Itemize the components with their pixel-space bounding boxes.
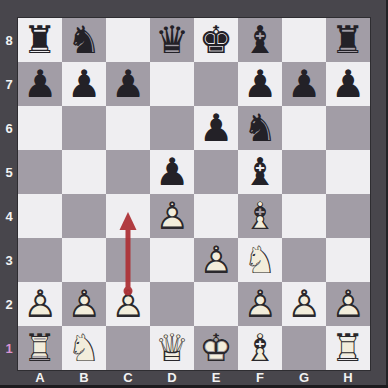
square-b1[interactable]: ♞♘ <box>62 326 106 370</box>
piece-white-bishop[interactable]: ♝♗ <box>238 194 282 238</box>
rank-label-5: 5 <box>0 150 18 194</box>
rank-labels: 87654321 <box>0 18 18 370</box>
piece-white-pawn[interactable]: ♟♙ <box>18 282 62 326</box>
square-e8[interactable]: ♚ <box>194 18 238 62</box>
board: ♜♞♛♚♝♜♟♟♟♟♟♟♟♞♟♝♟♙♝♗♟♙♞♘♟♙♟♙♟♙♟♙♟♙♟♙♜♖♞♘… <box>18 18 370 370</box>
square-a4[interactable] <box>18 194 62 238</box>
piece-glyph-outline: ♗ <box>238 194 282 238</box>
square-g3[interactable] <box>282 238 326 282</box>
file-label-d: D <box>150 370 194 385</box>
piece-black-bishop[interactable]: ♝ <box>238 18 282 62</box>
piece-glyph-outline: ♙ <box>18 282 62 326</box>
square-a5[interactable] <box>18 150 62 194</box>
square-e6[interactable]: ♟ <box>194 106 238 150</box>
square-a2[interactable]: ♟♙ <box>18 282 62 326</box>
square-b3[interactable] <box>62 238 106 282</box>
piece-black-pawn[interactable]: ♟ <box>238 62 282 106</box>
piece-white-rook[interactable]: ♜♖ <box>18 326 62 370</box>
piece-black-bishop[interactable]: ♝ <box>238 150 282 194</box>
file-label-c: C <box>106 370 150 385</box>
piece-glyph-outline: ♙ <box>238 282 282 326</box>
square-h7[interactable]: ♟ <box>326 62 370 106</box>
square-c2[interactable]: ♟♙ <box>106 282 150 326</box>
piece-white-bishop[interactable]: ♝♗ <box>238 326 282 370</box>
piece-black-knight[interactable]: ♞ <box>238 106 282 150</box>
piece-white-pawn[interactable]: ♟♙ <box>194 238 238 282</box>
square-d3[interactable] <box>150 238 194 282</box>
square-b8[interactable]: ♞ <box>62 18 106 62</box>
piece-white-king[interactable]: ♚♔ <box>194 326 238 370</box>
square-h1[interactable]: ♜♖ <box>326 326 370 370</box>
rank-label-4: 4 <box>0 194 18 238</box>
file-label-b: B <box>62 370 106 385</box>
piece-glyph-outline: ♙ <box>106 282 150 326</box>
square-c1[interactable] <box>106 326 150 370</box>
piece-glyph-outline: ♙ <box>62 282 106 326</box>
square-a6[interactable] <box>18 106 62 150</box>
square-g4[interactable] <box>282 194 326 238</box>
square-h6[interactable] <box>326 106 370 150</box>
square-g8[interactable] <box>282 18 326 62</box>
piece-black-pawn[interactable]: ♟ <box>282 62 326 106</box>
rank-label-2: 2 <box>0 282 18 326</box>
square-f1[interactable]: ♝♗ <box>238 326 282 370</box>
square-e3[interactable]: ♟♙ <box>194 238 238 282</box>
piece-glyph-outline: ♙ <box>282 282 326 326</box>
file-label-f: F <box>238 370 282 385</box>
square-e5[interactable] <box>194 150 238 194</box>
piece-black-pawn[interactable]: ♟ <box>326 62 370 106</box>
square-b7[interactable]: ♟ <box>62 62 106 106</box>
square-f7[interactable]: ♟ <box>238 62 282 106</box>
piece-black-knight[interactable]: ♞ <box>62 18 106 62</box>
square-b2[interactable]: ♟♙ <box>62 282 106 326</box>
square-h3[interactable] <box>326 238 370 282</box>
piece-white-pawn[interactable]: ♟♙ <box>62 282 106 326</box>
piece-white-knight[interactable]: ♞♘ <box>62 326 106 370</box>
square-a8[interactable]: ♜ <box>18 18 62 62</box>
square-c5[interactable] <box>106 150 150 194</box>
piece-black-pawn[interactable]: ♟ <box>62 62 106 106</box>
piece-glyph-outline: ♔ <box>194 326 238 370</box>
square-h4[interactable] <box>326 194 370 238</box>
rank-label-3: 3 <box>0 238 18 282</box>
chess-board-panel: ♜♞♛♚♝♜♟♟♟♟♟♟♟♞♟♝♟♙♝♗♟♙♞♘♟♙♟♙♟♙♟♙♟♙♟♙♜♖♞♘… <box>0 0 388 388</box>
piece-glyph-outline: ♕ <box>150 326 194 370</box>
piece-white-knight[interactable]: ♞♘ <box>238 238 282 282</box>
rank-label-6: 6 <box>0 106 18 150</box>
square-d8[interactable]: ♛ <box>150 18 194 62</box>
square-f4[interactable]: ♝♗ <box>238 194 282 238</box>
square-b4[interactable] <box>62 194 106 238</box>
piece-black-pawn[interactable]: ♟ <box>18 62 62 106</box>
square-e4[interactable] <box>194 194 238 238</box>
square-f3[interactable]: ♞♘ <box>238 238 282 282</box>
file-label-g: G <box>282 370 326 385</box>
square-e1[interactable]: ♚♔ <box>194 326 238 370</box>
square-d7[interactable] <box>150 62 194 106</box>
square-d2[interactable] <box>150 282 194 326</box>
square-d4[interactable]: ♟♙ <box>150 194 194 238</box>
piece-black-rook[interactable]: ♜ <box>326 18 370 62</box>
square-d6[interactable] <box>150 106 194 150</box>
file-labels: ABCDEFGH <box>18 370 370 385</box>
square-f2[interactable]: ♟♙ <box>238 282 282 326</box>
piece-glyph-outline: ♙ <box>150 194 194 238</box>
square-d1[interactable]: ♛♕ <box>150 326 194 370</box>
piece-black-pawn[interactable]: ♟ <box>106 62 150 106</box>
square-b5[interactable] <box>62 150 106 194</box>
square-e7[interactable] <box>194 62 238 106</box>
piece-black-rook[interactable]: ♜ <box>18 18 62 62</box>
square-a1[interactable]: ♜♖ <box>18 326 62 370</box>
square-f8[interactable]: ♝ <box>238 18 282 62</box>
piece-glyph-outline: ♖ <box>18 326 62 370</box>
square-g6[interactable] <box>282 106 326 150</box>
piece-black-pawn[interactable]: ♟ <box>194 106 238 150</box>
piece-glyph-outline: ♖ <box>326 326 370 370</box>
square-c8[interactable] <box>106 18 150 62</box>
square-c3[interactable] <box>106 238 150 282</box>
rank-label-7: 7 <box>0 62 18 106</box>
square-f5[interactable]: ♝ <box>238 150 282 194</box>
rank-label-1: 1 <box>0 326 18 370</box>
piece-glyph-outline: ♗ <box>238 326 282 370</box>
piece-white-rook[interactable]: ♜♖ <box>326 326 370 370</box>
square-h2[interactable]: ♟♙ <box>326 282 370 326</box>
piece-black-king[interactable]: ♚ <box>194 18 238 62</box>
piece-glyph-outline: ♙ <box>326 282 370 326</box>
piece-glyph-outline: ♘ <box>238 238 282 282</box>
piece-white-pawn[interactable]: ♟♙ <box>326 282 370 326</box>
piece-black-queen[interactable]: ♛ <box>150 18 194 62</box>
square-c4[interactable] <box>106 194 150 238</box>
piece-black-pawn[interactable]: ♟ <box>150 150 194 194</box>
square-g1[interactable] <box>282 326 326 370</box>
square-a3[interactable] <box>18 238 62 282</box>
file-label-e: E <box>194 370 238 385</box>
square-e2[interactable] <box>194 282 238 326</box>
piece-glyph-outline: ♘ <box>62 326 106 370</box>
square-h8[interactable]: ♜ <box>326 18 370 62</box>
piece-white-pawn[interactable]: ♟♙ <box>150 194 194 238</box>
square-f6[interactable]: ♞ <box>238 106 282 150</box>
file-label-h: H <box>326 370 370 385</box>
piece-white-queen[interactable]: ♛♕ <box>150 326 194 370</box>
square-h5[interactable] <box>326 150 370 194</box>
piece-white-pawn[interactable]: ♟♙ <box>106 282 150 326</box>
square-c7[interactable]: ♟ <box>106 62 150 106</box>
piece-glyph-outline: ♙ <box>194 238 238 282</box>
square-g5[interactable] <box>282 150 326 194</box>
piece-white-pawn[interactable]: ♟♙ <box>282 282 326 326</box>
square-d5[interactable]: ♟ <box>150 150 194 194</box>
square-b6[interactable] <box>62 106 106 150</box>
square-g2[interactable]: ♟♙ <box>282 282 326 326</box>
piece-white-pawn[interactable]: ♟♙ <box>238 282 282 326</box>
file-label-a: A <box>18 370 62 385</box>
square-g7[interactable]: ♟ <box>282 62 326 106</box>
square-a7[interactable]: ♟ <box>18 62 62 106</box>
rank-label-8: 8 <box>0 18 18 62</box>
square-c6[interactable] <box>106 106 150 150</box>
